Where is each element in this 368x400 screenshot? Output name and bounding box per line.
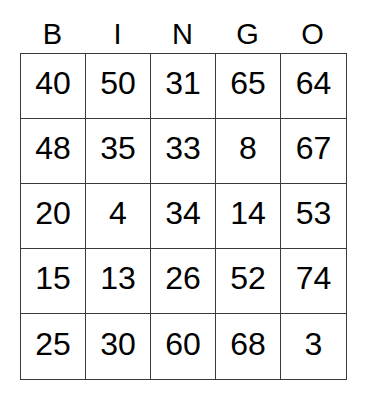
bingo-header-row: B I N G O: [20, 0, 347, 53]
cell-r5c5[interactable]: 3: [281, 314, 346, 379]
cell-r1c1[interactable]: 40: [21, 54, 86, 119]
cell-r5c3[interactable]: 60: [151, 314, 216, 379]
cell-r4c3[interactable]: 26: [151, 249, 216, 314]
cell-r4c2[interactable]: 13: [86, 249, 151, 314]
cell-r5c4[interactable]: 68: [216, 314, 281, 379]
bingo-card-page: B I N G O 40 50 31 65 64 48 35 33 8 67 2…: [0, 0, 368, 400]
cell-r2c5[interactable]: 67: [281, 119, 346, 184]
cell-r1c4[interactable]: 65: [216, 54, 281, 119]
cell-r1c3[interactable]: 31: [151, 54, 216, 119]
bingo-card: B I N G O 40 50 31 65 64 48 35 33 8 67 2…: [20, 0, 347, 380]
header-letter-g: G: [215, 20, 280, 53]
cell-r2c3[interactable]: 33: [151, 119, 216, 184]
cell-r3c4[interactable]: 14: [216, 184, 281, 249]
bingo-grid: 40 50 31 65 64 48 35 33 8 67 20 4 34 14 …: [20, 53, 347, 380]
cell-r1c5[interactable]: 64: [281, 54, 346, 119]
cell-r1c2[interactable]: 50: [86, 54, 151, 119]
cell-r3c1[interactable]: 20: [21, 184, 86, 249]
cell-r5c2[interactable]: 30: [86, 314, 151, 379]
cell-r3c3[interactable]: 34: [151, 184, 216, 249]
header-letter-o: O: [280, 20, 345, 53]
cell-r2c1[interactable]: 48: [21, 119, 86, 184]
cell-r2c4[interactable]: 8: [216, 119, 281, 184]
cell-r3c5[interactable]: 53: [281, 184, 346, 249]
header-letter-b: B: [20, 20, 85, 53]
cell-r4c1[interactable]: 15: [21, 249, 86, 314]
cell-r2c2[interactable]: 35: [86, 119, 151, 184]
cell-r4c4[interactable]: 52: [216, 249, 281, 314]
header-letter-n: N: [150, 20, 215, 53]
cell-r4c5[interactable]: 74: [281, 249, 346, 314]
cell-r3c2[interactable]: 4: [86, 184, 151, 249]
header-letter-i: I: [85, 20, 150, 53]
cell-r5c1[interactable]: 25: [21, 314, 86, 379]
